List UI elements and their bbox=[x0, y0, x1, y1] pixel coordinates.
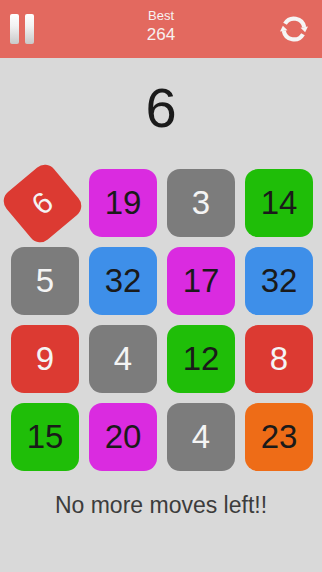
tile-r1c2[interactable]: 19 bbox=[89, 169, 157, 237]
restart-button[interactable] bbox=[276, 11, 312, 47]
refresh-icon bbox=[277, 12, 311, 46]
tile-r2c4[interactable]: 32 bbox=[245, 247, 313, 315]
tile-r3c1[interactable]: 9 bbox=[11, 325, 79, 393]
tile-r1c4[interactable]: 14 bbox=[245, 169, 313, 237]
best-score-value: 264 bbox=[0, 24, 322, 45]
pause-icon bbox=[25, 14, 34, 44]
pause-button[interactable] bbox=[10, 11, 46, 47]
tile-r2c2[interactable]: 32 bbox=[89, 247, 157, 315]
tile-r4c3[interactable]: 4 bbox=[167, 403, 235, 471]
tile-r3c3[interactable]: 12 bbox=[167, 325, 235, 393]
tile-r1c3[interactable]: 3 bbox=[167, 169, 235, 237]
tile-r4c2[interactable]: 20 bbox=[89, 403, 157, 471]
tile-r3c2[interactable]: 4 bbox=[89, 325, 157, 393]
tile-r3c4[interactable]: 8 bbox=[245, 325, 313, 393]
tile-r4c1[interactable]: 15 bbox=[11, 403, 79, 471]
header-bar: Best 264 bbox=[0, 0, 322, 58]
tile-r2c3[interactable]: 17 bbox=[167, 247, 235, 315]
tile-r1c1[interactable]: 6 bbox=[0, 160, 86, 247]
best-score-label: Best bbox=[0, 8, 322, 24]
game-board: 6193145321732941281520423 bbox=[11, 169, 313, 471]
status-message: No more moves left!! bbox=[0, 492, 322, 519]
tile-r4c4[interactable]: 23 bbox=[245, 403, 313, 471]
best-score: Best 264 bbox=[0, 8, 322, 46]
current-score: 6 bbox=[0, 76, 322, 140]
pause-icon bbox=[10, 14, 19, 44]
tile-r2c1[interactable]: 5 bbox=[11, 247, 79, 315]
